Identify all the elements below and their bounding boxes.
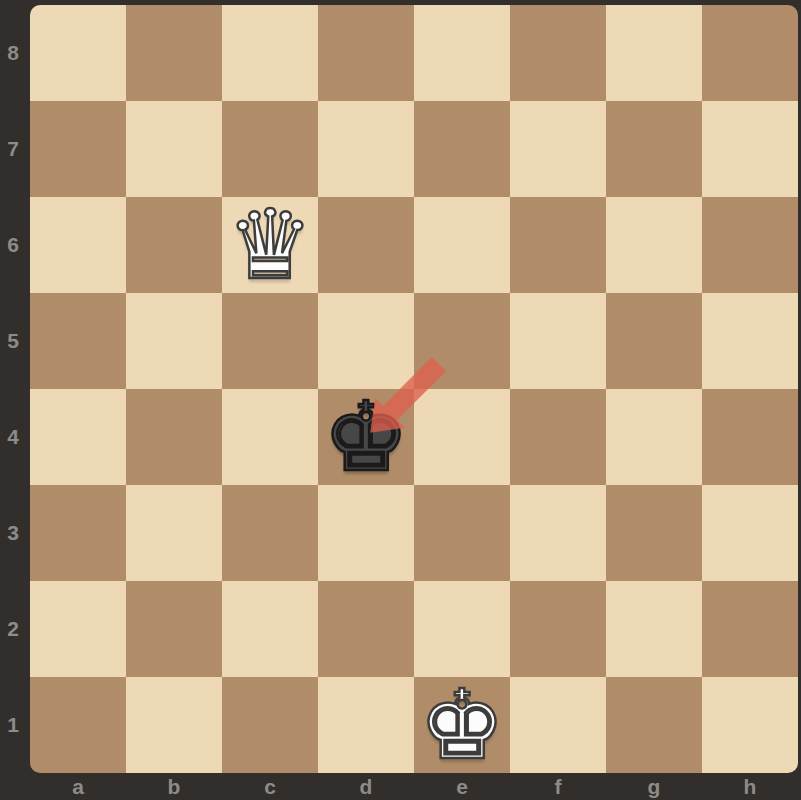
square-e5[interactable]: [414, 293, 510, 389]
square-b5[interactable]: [126, 293, 222, 389]
square-c2[interactable]: [222, 581, 318, 677]
square-a6[interactable]: [30, 197, 126, 293]
square-f8[interactable]: [510, 5, 606, 101]
square-d2[interactable]: [318, 581, 414, 677]
square-h1[interactable]: [702, 677, 798, 773]
square-b4[interactable]: [126, 389, 222, 485]
square-b2[interactable]: [126, 581, 222, 677]
rank-label-3: 3: [0, 485, 26, 581]
square-h5[interactable]: [702, 293, 798, 389]
piece-black-king-d4[interactable]: ♚: [318, 389, 414, 485]
square-e8[interactable]: [414, 5, 510, 101]
square-e3[interactable]: [414, 485, 510, 581]
rank-label-2: 2: [0, 581, 26, 677]
chess-board-screen: ♛♚♚ 87654321abcdefgh: [0, 0, 801, 800]
rank-label-6: 6: [0, 197, 26, 293]
square-h6[interactable]: [702, 197, 798, 293]
square-d6[interactable]: [318, 197, 414, 293]
square-d1[interactable]: [318, 677, 414, 773]
rank-label-4: 4: [0, 389, 26, 485]
square-h4[interactable]: [702, 389, 798, 485]
square-g7[interactable]: [606, 101, 702, 197]
board-squares: [30, 5, 798, 773]
file-label-h: h: [702, 773, 798, 800]
square-c1[interactable]: [222, 677, 318, 773]
square-c8[interactable]: [222, 5, 318, 101]
square-a7[interactable]: [30, 101, 126, 197]
square-g8[interactable]: [606, 5, 702, 101]
square-e4[interactable]: [414, 389, 510, 485]
square-b6[interactable]: [126, 197, 222, 293]
square-g2[interactable]: [606, 581, 702, 677]
square-d5[interactable]: [318, 293, 414, 389]
square-b1[interactable]: [126, 677, 222, 773]
square-f6[interactable]: [510, 197, 606, 293]
square-h2[interactable]: [702, 581, 798, 677]
square-a4[interactable]: [30, 389, 126, 485]
square-d7[interactable]: [318, 101, 414, 197]
file-label-e: e: [414, 773, 510, 800]
square-a8[interactable]: [30, 5, 126, 101]
square-f3[interactable]: [510, 485, 606, 581]
piece-white-queen-c6[interactable]: ♛: [222, 197, 318, 293]
square-e7[interactable]: [414, 101, 510, 197]
square-f1[interactable]: [510, 677, 606, 773]
square-h7[interactable]: [702, 101, 798, 197]
file-label-c: c: [222, 773, 318, 800]
square-f7[interactable]: [510, 101, 606, 197]
square-b8[interactable]: [126, 5, 222, 101]
square-d3[interactable]: [318, 485, 414, 581]
square-e2[interactable]: [414, 581, 510, 677]
file-label-b: b: [126, 773, 222, 800]
chess-board[interactable]: ♛♚♚: [30, 5, 798, 773]
square-g4[interactable]: [606, 389, 702, 485]
square-a1[interactable]: [30, 677, 126, 773]
file-label-g: g: [606, 773, 702, 800]
square-e6[interactable]: [414, 197, 510, 293]
square-g5[interactable]: [606, 293, 702, 389]
file-label-f: f: [510, 773, 606, 800]
square-g1[interactable]: [606, 677, 702, 773]
piece-white-king-e1[interactable]: ♚: [414, 677, 510, 773]
square-g6[interactable]: [606, 197, 702, 293]
rank-label-7: 7: [0, 101, 26, 197]
square-g3[interactable]: [606, 485, 702, 581]
square-a3[interactable]: [30, 485, 126, 581]
square-h8[interactable]: [702, 5, 798, 101]
square-c3[interactable]: [222, 485, 318, 581]
square-b7[interactable]: [126, 101, 222, 197]
square-c7[interactable]: [222, 101, 318, 197]
square-a2[interactable]: [30, 581, 126, 677]
square-c5[interactable]: [222, 293, 318, 389]
square-f2[interactable]: [510, 581, 606, 677]
square-f4[interactable]: [510, 389, 606, 485]
rank-label-8: 8: [0, 5, 26, 101]
rank-label-5: 5: [0, 293, 26, 389]
square-f5[interactable]: [510, 293, 606, 389]
square-b3[interactable]: [126, 485, 222, 581]
file-label-a: a: [30, 773, 126, 800]
square-h3[interactable]: [702, 485, 798, 581]
square-d8[interactable]: [318, 5, 414, 101]
rank-label-1: 1: [0, 677, 26, 773]
file-label-d: d: [318, 773, 414, 800]
square-c4[interactable]: [222, 389, 318, 485]
square-a5[interactable]: [30, 293, 126, 389]
